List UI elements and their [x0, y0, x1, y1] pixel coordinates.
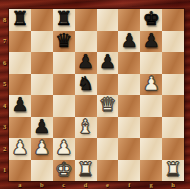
- square-a6[interactable]: [9, 52, 31, 74]
- square-d7[interactable]: [75, 31, 97, 53]
- file-labels: abcdefgh: [9, 181, 184, 189]
- file-label-a: a: [9, 181, 31, 189]
- square-f2[interactable]: [118, 138, 140, 160]
- square-b8[interactable]: [31, 9, 53, 31]
- square-h7[interactable]: [162, 31, 184, 53]
- square-c5[interactable]: [53, 74, 75, 96]
- piece-black-pawn-a4[interactable]: ♟: [11, 95, 28, 114]
- square-c4[interactable]: [53, 95, 75, 117]
- square-h8[interactable]: [162, 9, 184, 31]
- square-b3[interactable]: ♟: [31, 117, 53, 139]
- square-f1[interactable]: [118, 160, 140, 182]
- square-h3[interactable]: [162, 117, 184, 139]
- piece-black-rook-a8[interactable]: ♜: [11, 9, 28, 28]
- square-f4[interactable]: [118, 95, 140, 117]
- piece-black-king-g8[interactable]: ♚: [143, 9, 160, 28]
- square-d6[interactable]: ♟: [75, 52, 97, 74]
- chess-board-frame: 87654321 abcdefgh ♜♜♚♛♟♟♟♟♞♟♟♛♟♝♟♟♟♚♜♜: [0, 0, 190, 189]
- file-label-f: f: [118, 181, 140, 189]
- square-c6[interactable]: [53, 52, 75, 74]
- rank-label-1: 1: [0, 160, 9, 182]
- square-e1[interactable]: [97, 160, 119, 182]
- square-e3[interactable]: [97, 117, 119, 139]
- rank-label-8: 8: [0, 9, 9, 31]
- square-g1[interactable]: [140, 160, 162, 182]
- piece-black-knight-d5[interactable]: ♞: [77, 74, 94, 93]
- rank-label-4: 4: [0, 95, 9, 117]
- square-f8[interactable]: [118, 9, 140, 31]
- piece-black-pawn-d6[interactable]: ♟: [77, 52, 94, 71]
- square-h6[interactable]: [162, 52, 184, 74]
- square-a4[interactable]: ♟: [9, 95, 31, 117]
- piece-white-pawn-c2[interactable]: ♟: [55, 138, 72, 157]
- piece-black-queen-c7[interactable]: ♛: [55, 31, 72, 50]
- file-label-g: g: [140, 181, 162, 189]
- square-a5[interactable]: [9, 74, 31, 96]
- chess-board: ♜♜♚♛♟♟♟♟♞♟♟♛♟♝♟♟♟♚♜♜: [9, 9, 184, 181]
- square-g3[interactable]: [140, 117, 162, 139]
- piece-black-rook-c8[interactable]: ♜: [55, 9, 72, 28]
- square-b1[interactable]: [31, 160, 53, 182]
- square-g7[interactable]: ♟: [140, 31, 162, 53]
- square-d5[interactable]: ♞: [75, 74, 97, 96]
- square-e6[interactable]: ♟: [97, 52, 119, 74]
- square-h4[interactable]: [162, 95, 184, 117]
- rank-label-2: 2: [0, 138, 9, 160]
- square-h1[interactable]: ♜: [162, 160, 184, 182]
- piece-white-king-c1[interactable]: ♚: [55, 160, 72, 179]
- square-f7[interactable]: ♟: [118, 31, 140, 53]
- piece-black-pawn-b3[interactable]: ♟: [33, 117, 50, 136]
- square-g2[interactable]: [140, 138, 162, 160]
- rank-label-5: 5: [0, 74, 9, 96]
- square-a8[interactable]: ♜: [9, 9, 31, 31]
- square-a1[interactable]: [9, 160, 31, 182]
- file-label-c: c: [53, 181, 75, 189]
- piece-white-queen-e4[interactable]: ♛: [99, 95, 116, 114]
- piece-white-pawn-b2[interactable]: ♟: [33, 138, 50, 157]
- rank-label-6: 6: [0, 52, 9, 74]
- square-a3[interactable]: [9, 117, 31, 139]
- file-label-b: b: [31, 181, 53, 189]
- rank-labels: 87654321: [0, 9, 9, 181]
- square-g4[interactable]: [140, 95, 162, 117]
- piece-white-pawn-g5[interactable]: ♟: [143, 74, 160, 93]
- square-e2[interactable]: [97, 138, 119, 160]
- square-f6[interactable]: [118, 52, 140, 74]
- square-e8[interactable]: [97, 9, 119, 31]
- piece-black-pawn-g7[interactable]: ♟: [143, 31, 160, 50]
- square-b6[interactable]: [31, 52, 53, 74]
- square-f5[interactable]: [118, 74, 140, 96]
- piece-black-pawn-e6[interactable]: ♟: [99, 52, 116, 71]
- file-label-h: h: [162, 181, 184, 189]
- square-f3[interactable]: [118, 117, 140, 139]
- square-g8[interactable]: ♚: [140, 9, 162, 31]
- square-b7[interactable]: [31, 31, 53, 53]
- square-c3[interactable]: [53, 117, 75, 139]
- square-b4[interactable]: [31, 95, 53, 117]
- square-h5[interactable]: [162, 74, 184, 96]
- square-a7[interactable]: [9, 31, 31, 53]
- square-c8[interactable]: ♜: [53, 9, 75, 31]
- square-a2[interactable]: ♟: [9, 138, 31, 160]
- rank-label-3: 3: [0, 117, 9, 139]
- square-d4[interactable]: [75, 95, 97, 117]
- square-e5[interactable]: [97, 74, 119, 96]
- square-b5[interactable]: [31, 74, 53, 96]
- piece-white-rook-h1[interactable]: ♜: [165, 160, 182, 179]
- rank-label-7: 7: [0, 31, 9, 53]
- square-e4[interactable]: ♛: [97, 95, 119, 117]
- square-c1[interactable]: ♚: [53, 160, 75, 182]
- piece-white-rook-d1[interactable]: ♜: [77, 160, 94, 179]
- square-g6[interactable]: [140, 52, 162, 74]
- square-h2[interactable]: [162, 138, 184, 160]
- square-b2[interactable]: ♟: [31, 138, 53, 160]
- square-c7[interactable]: ♛: [53, 31, 75, 53]
- piece-white-pawn-a2[interactable]: ♟: [11, 138, 28, 157]
- square-d2[interactable]: [75, 138, 97, 160]
- square-d8[interactable]: [75, 9, 97, 31]
- square-d3[interactable]: ♝: [75, 117, 97, 139]
- square-d1[interactable]: ♜: [75, 160, 97, 182]
- square-c2[interactable]: ♟: [53, 138, 75, 160]
- square-e7[interactable]: [97, 31, 119, 53]
- piece-white-bishop-d3[interactable]: ♝: [77, 117, 94, 136]
- square-g5[interactable]: ♟: [140, 74, 162, 96]
- piece-black-pawn-f7[interactable]: ♟: [121, 31, 138, 50]
- file-label-e: e: [97, 181, 119, 189]
- file-label-d: d: [75, 181, 97, 189]
